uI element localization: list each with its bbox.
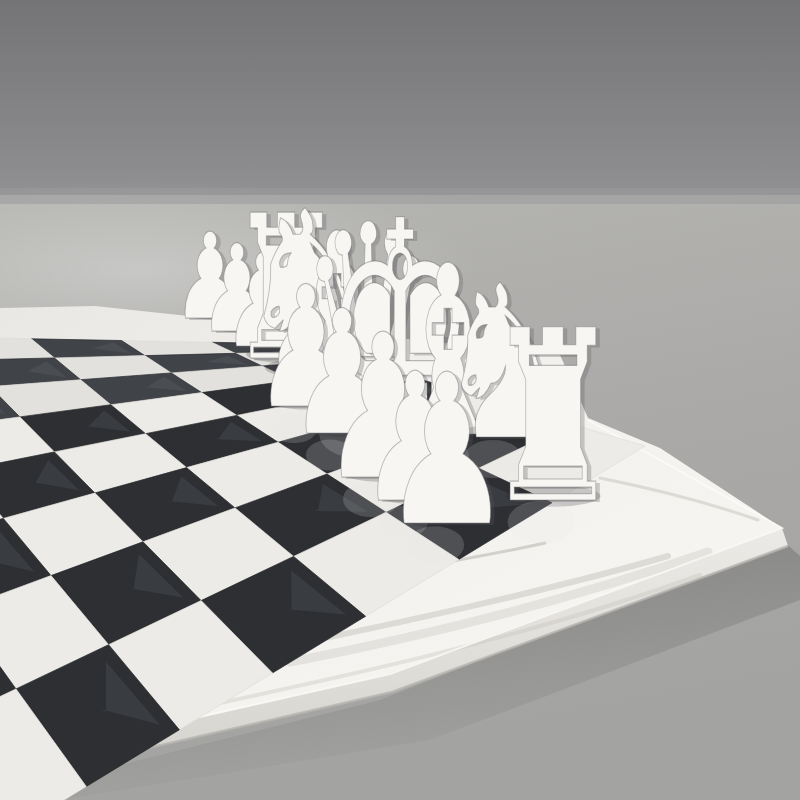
piece-h2-white-pawn[interactable]: ♟ xyxy=(382,330,513,572)
chessboard-scene: ♟♟♟♟♟♟♜♜♞♞♝♝♟♟♛♛♚♚♝♝♟♟♞♞♟♟♟♟♜♜♟♟ xyxy=(0,0,800,800)
chess-set-photo: ♟♟♟♟♟♟♜♜♞♞♝♝♟♟♛♛♚♚♝♝♟♟♞♞♟♟♟♟♜♜♟♟ xyxy=(0,0,800,800)
